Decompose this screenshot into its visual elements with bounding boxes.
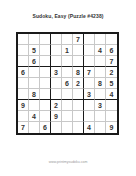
empty-cell-r2c4 [51, 45, 62, 56]
empty-cell-r2c6 [73, 45, 84, 56]
empty-cell-r1c4 [51, 34, 62, 45]
empty-cell-r8c7 [84, 111, 95, 122]
empty-cell-r4c5 [62, 67, 73, 78]
empty-cell-r6c5 [62, 89, 73, 100]
empty-cell-r3c4 [51, 56, 62, 67]
empty-cell-r7c5 [62, 100, 73, 111]
footer-url: www.printmysudoku.com [0, 160, 136, 164]
given-cell-r9c3: 6 [40, 122, 51, 133]
empty-cell-r1c3 [40, 34, 51, 45]
empty-cell-r5c7 [84, 78, 95, 89]
empty-cell-r1c2 [29, 34, 40, 45]
given-cell-r8c4: 9 [51, 111, 62, 122]
given-cell-r4c9: 2 [106, 67, 117, 78]
given-cell-r3c2: 6 [29, 56, 40, 67]
given-cell-r4c1: 6 [18, 67, 29, 78]
empty-cell-r8c8 [95, 111, 106, 122]
given-cell-r9c7: 4 [84, 122, 95, 133]
empty-cell-r1c1 [18, 34, 29, 45]
given-cell-r2c2: 5 [29, 45, 40, 56]
empty-cell-r3c5 [62, 56, 73, 67]
given-cell-r5c8: 8 [95, 78, 106, 89]
sudoku-sheet: Sudoku, Easy (Puzzle #4238) 751466763872… [0, 0, 136, 176]
empty-cell-r5c2 [29, 78, 40, 89]
empty-cell-r1c9 [106, 34, 117, 45]
empty-cell-r2c1 [18, 45, 29, 56]
empty-cell-r7c9 [106, 100, 117, 111]
empty-cell-r7c6 [73, 100, 84, 111]
given-cell-r7c1: 9 [18, 100, 29, 111]
empty-cell-r3c7 [84, 56, 95, 67]
empty-cell-r1c5 [62, 34, 73, 45]
empty-cell-r3c8 [95, 56, 106, 67]
given-cell-r6c2: 8 [29, 89, 40, 100]
empty-cell-r6c3 [40, 89, 51, 100]
given-cell-r8c2: 4 [29, 111, 40, 122]
given-cell-r4c4: 3 [51, 67, 62, 78]
empty-cell-r6c8 [95, 89, 106, 100]
empty-cell-r4c3 [40, 67, 51, 78]
given-cell-r6c9: 4 [106, 89, 117, 100]
given-cell-r2c5: 1 [62, 45, 73, 56]
empty-cell-r6c1 [18, 89, 29, 100]
empty-cell-r3c3 [40, 56, 51, 67]
given-cell-r5c5: 6 [62, 78, 73, 89]
empty-cell-r8c1 [18, 111, 29, 122]
empty-cell-r6c4 [51, 89, 62, 100]
empty-cell-r9c2 [29, 122, 40, 133]
sudoku-board: 7514667638726285834923497649 [16, 32, 119, 135]
given-cell-r2c9: 6 [106, 45, 117, 56]
empty-cell-r3c1 [18, 56, 29, 67]
empty-cell-r9c5 [62, 122, 73, 133]
given-cell-r7c8: 3 [95, 100, 106, 111]
given-cell-r1c6: 7 [73, 34, 84, 45]
empty-cell-r1c8 [95, 34, 106, 45]
empty-cell-r7c3 [40, 100, 51, 111]
given-cell-r4c7: 7 [84, 67, 95, 78]
empty-cell-r8c3 [40, 111, 51, 122]
empty-cell-r5c1 [18, 78, 29, 89]
page-title: Sudoku, Easy (Puzzle #4238) [0, 13, 136, 19]
empty-cell-r1c7 [84, 34, 95, 45]
empty-cell-r6c6 [73, 89, 84, 100]
given-cell-r2c8: 4 [95, 45, 106, 56]
empty-cell-r5c4 [51, 78, 62, 89]
given-cell-r7c4: 2 [51, 100, 62, 111]
given-cell-r5c6: 2 [73, 78, 84, 89]
empty-cell-r2c3 [40, 45, 51, 56]
empty-cell-r9c8 [95, 122, 106, 133]
empty-cell-r4c2 [29, 67, 40, 78]
given-cell-r5c9: 5 [106, 78, 117, 89]
empty-cell-r3c6 [73, 56, 84, 67]
given-cell-r9c9: 9 [106, 122, 117, 133]
empty-cell-r7c7 [84, 100, 95, 111]
empty-cell-r7c2 [29, 100, 40, 111]
empty-cell-r9c4 [51, 122, 62, 133]
empty-cell-r8c5 [62, 111, 73, 122]
empty-cell-r4c8 [95, 67, 106, 78]
empty-cell-r8c6 [73, 111, 84, 122]
given-cell-r4c6: 8 [73, 67, 84, 78]
empty-cell-r5c3 [40, 78, 51, 89]
given-cell-r3c9: 7 [106, 56, 117, 67]
given-cell-r9c1: 7 [18, 122, 29, 133]
empty-cell-r9c6 [73, 122, 84, 133]
given-cell-r6c7: 3 [84, 89, 95, 100]
empty-cell-r8c9 [106, 111, 117, 122]
empty-cell-r2c7 [84, 45, 95, 56]
